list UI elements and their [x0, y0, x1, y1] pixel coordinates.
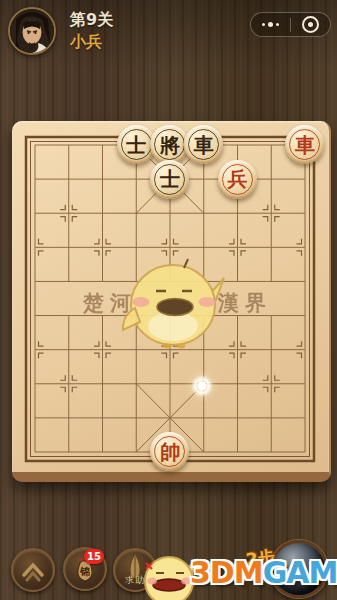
pieces-layer: 士將車車士兵帥 — [18, 128, 322, 469]
piece-black-chariot[interactable]: 車 — [184, 125, 223, 164]
piece-black-advisor-2[interactable]: 士 — [150, 160, 189, 199]
piece-red-chariot[interactable]: 車 — [285, 125, 324, 164]
more-menu-button[interactable] — [251, 13, 290, 36]
piece-black-advisor-2-glyph: 士 — [160, 169, 180, 189]
avatar — [8, 7, 56, 55]
chevron-up-double-icon — [16, 553, 50, 587]
miniprogram-capsule — [250, 12, 331, 37]
expand-menu-button[interactable] — [11, 548, 55, 592]
game-screen: 第9关 小兵 楚河 漢界 士將車車士兵帥 — [0, 0, 337, 600]
piece-red-soldier-glyph: 兵 — [227, 169, 247, 189]
target-circle-icon — [302, 16, 319, 33]
ellipsis-icon — [262, 23, 265, 26]
piece-red-general[interactable]: 帥 — [150, 432, 189, 471]
hint-count-badge: 15 — [84, 549, 104, 564]
player-portrait-image — [10, 9, 54, 53]
piece-red-general-glyph: 帥 — [160, 442, 180, 462]
chick-mascot-bottom — [142, 551, 200, 600]
piece-black-chariot-glyph: 車 — [194, 135, 214, 155]
level-label: 第9关 — [70, 10, 113, 31]
piece-red-soldier[interactable]: 兵 — [218, 160, 257, 199]
svg-text:锦: 锦 — [79, 566, 90, 577]
black-piece-sphere-button[interactable] — [270, 540, 328, 598]
steps-counter: 2步 — [245, 545, 276, 571]
exit-button[interactable] — [291, 13, 330, 36]
piece-black-general-glyph: 將 — [160, 135, 180, 155]
piece-red-chariot-glyph: 車 — [295, 135, 315, 155]
piece-black-advisor-1-glyph: 士 — [126, 135, 146, 155]
level-name: 小兵 — [70, 32, 102, 53]
